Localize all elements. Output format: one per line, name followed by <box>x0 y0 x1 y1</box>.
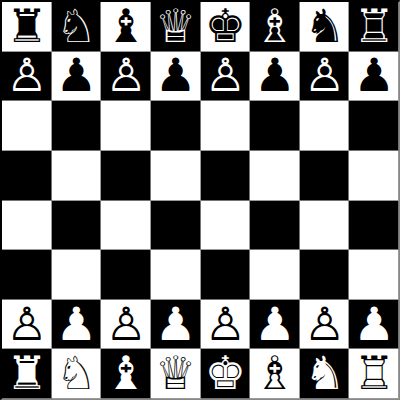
black-pawn-piece: ♟ <box>155 52 196 98</box>
chess-board-frame: ♜♘♝♕♚♗♞♖♙♟♙♟♙♟♙♟♙♟♙♟♙♟♙♟♜♘♝♕♚♗♞♖ <box>0 0 400 400</box>
black-pawn-piece: ♟ <box>56 52 97 98</box>
black-pawn-piece: ♟ <box>254 52 295 98</box>
square-e5[interactable] <box>201 151 251 201</box>
white-rook-piece: ♜ <box>6 350 47 396</box>
square-e8[interactable]: ♚ <box>201 2 251 52</box>
square-a5[interactable] <box>2 151 52 201</box>
square-f1[interactable]: ♗ <box>250 349 300 399</box>
black-rook-piece: ♖ <box>354 3 395 49</box>
square-d8[interactable]: ♕ <box>151 2 201 52</box>
square-e1[interactable]: ♚ <box>201 349 251 399</box>
square-h1[interactable]: ♖ <box>349 349 399 399</box>
square-f6[interactable] <box>250 101 300 151</box>
square-a1[interactable]: ♜ <box>2 349 52 399</box>
square-g6[interactable] <box>300 101 350 151</box>
chess-board: ♜♘♝♕♚♗♞♖♙♟♙♟♙♟♙♟♙♟♙♟♙♟♙♟♜♘♝♕♚♗♞♖ <box>2 2 399 399</box>
square-h5[interactable] <box>349 151 399 201</box>
square-h3[interactable] <box>349 250 399 300</box>
square-b6[interactable] <box>52 101 102 151</box>
white-pawn-piece: ♟ <box>56 301 97 347</box>
black-bishop-piece: ♗ <box>254 3 295 49</box>
square-g1[interactable]: ♞ <box>300 349 350 399</box>
white-knight-piece: ♘ <box>56 350 97 396</box>
square-f7[interactable]: ♟ <box>250 52 300 102</box>
square-a3[interactable] <box>2 250 52 300</box>
black-pawn-piece: ♙ <box>105 52 146 98</box>
square-c5[interactable] <box>101 151 151 201</box>
square-b4[interactable] <box>52 201 102 251</box>
square-g4[interactable] <box>300 201 350 251</box>
square-g5[interactable] <box>300 151 350 201</box>
black-pawn-piece: ♙ <box>6 52 47 98</box>
square-g8[interactable]: ♞ <box>300 2 350 52</box>
white-pawn-piece: ♟ <box>155 301 196 347</box>
square-c3[interactable] <box>101 250 151 300</box>
square-g7[interactable]: ♙ <box>300 52 350 102</box>
square-b8[interactable]: ♘ <box>52 2 102 52</box>
square-d3[interactable] <box>151 250 201 300</box>
square-h7[interactable]: ♟ <box>349 52 399 102</box>
square-d7[interactable]: ♟ <box>151 52 201 102</box>
white-pawn-piece: ♟ <box>254 301 295 347</box>
square-b3[interactable] <box>52 250 102 300</box>
square-e3[interactable] <box>201 250 251 300</box>
white-pawn-piece: ♟ <box>354 301 395 347</box>
square-b2[interactable]: ♟ <box>52 300 102 350</box>
black-queen-piece: ♕ <box>155 3 196 49</box>
square-f5[interactable] <box>250 151 300 201</box>
square-f8[interactable]: ♗ <box>250 2 300 52</box>
square-d6[interactable] <box>151 101 201 151</box>
white-king-piece: ♚ <box>205 350 246 396</box>
square-a8[interactable]: ♜ <box>2 2 52 52</box>
square-e2[interactable]: ♙ <box>201 300 251 350</box>
square-c8[interactable]: ♝ <box>101 2 151 52</box>
white-pawn-piece: ♙ <box>205 301 246 347</box>
square-c1[interactable]: ♝ <box>101 349 151 399</box>
square-a4[interactable] <box>2 201 52 251</box>
black-king-piece: ♚ <box>205 3 246 49</box>
white-pawn-piece: ♙ <box>6 301 47 347</box>
square-e6[interactable] <box>201 101 251 151</box>
square-d2[interactable]: ♟ <box>151 300 201 350</box>
white-bishop-piece: ♗ <box>254 350 295 396</box>
black-knight-piece: ♘ <box>56 3 97 49</box>
black-bishop-piece: ♝ <box>105 3 146 49</box>
square-c4[interactable] <box>101 201 151 251</box>
square-h4[interactable] <box>349 201 399 251</box>
square-g2[interactable]: ♙ <box>300 300 350 350</box>
square-d5[interactable] <box>151 151 201 201</box>
square-f2[interactable]: ♟ <box>250 300 300 350</box>
square-a2[interactable]: ♙ <box>2 300 52 350</box>
square-b1[interactable]: ♘ <box>52 349 102 399</box>
black-rook-piece: ♜ <box>6 3 47 49</box>
square-d1[interactable]: ♕ <box>151 349 201 399</box>
square-e7[interactable]: ♙ <box>201 52 251 102</box>
white-bishop-piece: ♝ <box>105 350 146 396</box>
white-queen-piece: ♕ <box>155 350 196 396</box>
square-b7[interactable]: ♟ <box>52 52 102 102</box>
square-h8[interactable]: ♖ <box>349 2 399 52</box>
black-pawn-piece: ♙ <box>205 52 246 98</box>
square-c6[interactable] <box>101 101 151 151</box>
square-g3[interactable] <box>300 250 350 300</box>
square-a6[interactable] <box>2 101 52 151</box>
black-pawn-piece: ♙ <box>304 52 345 98</box>
square-f3[interactable] <box>250 250 300 300</box>
square-d4[interactable] <box>151 201 201 251</box>
black-pawn-piece: ♟ <box>354 52 395 98</box>
square-h6[interactable] <box>349 101 399 151</box>
white-knight-piece: ♞ <box>304 350 345 396</box>
square-a7[interactable]: ♙ <box>2 52 52 102</box>
white-pawn-piece: ♙ <box>105 301 146 347</box>
square-c2[interactable]: ♙ <box>101 300 151 350</box>
square-e4[interactable] <box>201 201 251 251</box>
square-b5[interactable] <box>52 151 102 201</box>
square-c7[interactable]: ♙ <box>101 52 151 102</box>
white-rook-piece: ♖ <box>354 350 395 396</box>
square-h2[interactable]: ♟ <box>349 300 399 350</box>
square-f4[interactable] <box>250 201 300 251</box>
black-knight-piece: ♞ <box>304 3 345 49</box>
white-pawn-piece: ♙ <box>304 301 345 347</box>
